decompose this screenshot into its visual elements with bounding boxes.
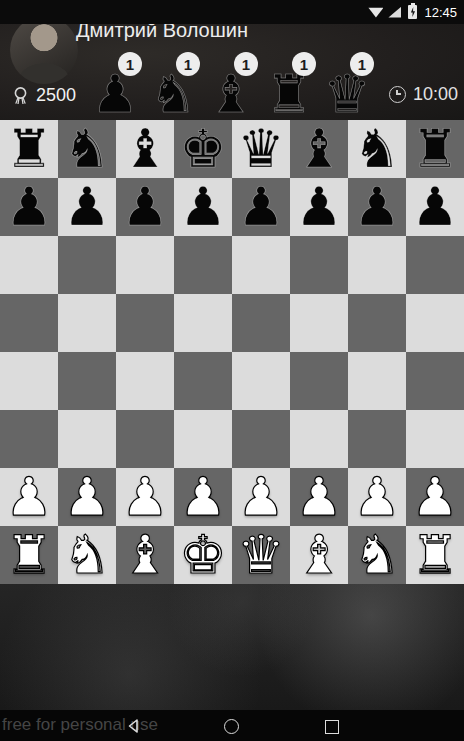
- white-rook-piece[interactable]: ♜: [5, 526, 53, 584]
- square-c2[interactable]: ♟: [116, 468, 174, 526]
- square-b3[interactable]: [58, 410, 116, 468]
- square-e5[interactable]: [232, 294, 290, 352]
- piece-count-badge: 1: [234, 52, 258, 76]
- white-pawn-piece[interactable]: ♟: [353, 468, 401, 526]
- black-rook-piece[interactable]: ♜: [411, 120, 459, 178]
- square-b4[interactable]: [58, 352, 116, 410]
- top-player-clock: 10:00: [413, 84, 458, 105]
- chess-board[interactable]: ♜♞♝♚♛♝♞♜♟♟♟♟♟♟♟♟♟♟♟♟♟♟♟♟♜♞♝♚♛♝♞♜: [0, 120, 464, 584]
- black-pawn-piece[interactable]: ♟: [411, 178, 459, 236]
- square-g2[interactable]: ♟: [348, 468, 406, 526]
- square-a7[interactable]: ♟: [0, 178, 58, 236]
- square-f7[interactable]: ♟: [290, 178, 348, 236]
- chess-app-screen: 12:45 Дмитрий Волошин 2500 10:00 ♟1♞1♝1♜…: [0, 0, 464, 741]
- black-pawn-piece[interactable]: ♟: [63, 178, 111, 236]
- white-pawn-piece[interactable]: ♟: [63, 468, 111, 526]
- rating-medal-icon: [12, 86, 29, 106]
- status-bar: 12:45: [0, 0, 464, 24]
- square-g3[interactable]: [348, 410, 406, 468]
- square-c8[interactable]: ♝: [116, 120, 174, 178]
- square-d7[interactable]: ♟: [174, 178, 232, 236]
- black-knight-piece[interactable]: ♞: [63, 120, 111, 178]
- piece-count-badge: 1: [350, 52, 374, 76]
- piece-count-badge: 1: [292, 52, 316, 76]
- black-rook-piece[interactable]: ♜: [5, 120, 53, 178]
- square-a4[interactable]: [0, 352, 58, 410]
- square-b8[interactable]: ♞: [58, 120, 116, 178]
- black-bishop-piece[interactable]: ♝: [295, 120, 343, 178]
- square-h3[interactable]: [406, 410, 464, 468]
- square-c3[interactable]: [116, 410, 174, 468]
- black-king-piece[interactable]: ♚: [179, 120, 227, 178]
- white-king-piece[interactable]: ♚: [179, 526, 227, 584]
- square-f3[interactable]: [290, 410, 348, 468]
- square-e3[interactable]: [232, 410, 290, 468]
- black-pawn-piece[interactable]: ♟: [353, 178, 401, 236]
- square-d5[interactable]: [174, 294, 232, 352]
- square-g7[interactable]: ♟: [348, 178, 406, 236]
- square-e7[interactable]: ♟: [232, 178, 290, 236]
- square-e1[interactable]: ♛: [232, 526, 290, 584]
- pocket-black-queen[interactable]: ♛1: [318, 52, 376, 116]
- square-d3[interactable]: [174, 410, 232, 468]
- home-button[interactable]: [224, 719, 239, 734]
- status-time: 12:45: [424, 5, 457, 20]
- square-a2[interactable]: ♟: [0, 468, 58, 526]
- square-h7[interactable]: ♟: [406, 178, 464, 236]
- square-f1[interactable]: ♝: [290, 526, 348, 584]
- white-pawn-piece[interactable]: ♟: [121, 468, 169, 526]
- back-triangle-icon: [126, 718, 141, 734]
- white-queen-piece[interactable]: ♛: [237, 526, 285, 584]
- top-player-clock-row: 10:00: [389, 84, 458, 105]
- white-pawn-piece[interactable]: ♟: [179, 468, 227, 526]
- square-h8[interactable]: ♜: [406, 120, 464, 178]
- cell-signal-icon: [388, 7, 401, 18]
- black-pawn-piece[interactable]: ♟: [295, 178, 343, 236]
- square-g8[interactable]: ♞: [348, 120, 406, 178]
- pocket-black-knight[interactable]: ♞1: [144, 52, 202, 116]
- square-a6[interactable]: [0, 236, 58, 294]
- square-f6[interactable]: [290, 236, 348, 294]
- pocket-black-bishop[interactable]: ♝1: [202, 52, 260, 116]
- square-f8[interactable]: ♝: [290, 120, 348, 178]
- white-knight-piece[interactable]: ♞: [63, 526, 111, 584]
- white-pawn-piece[interactable]: ♟: [5, 468, 53, 526]
- square-e8[interactable]: ♛: [232, 120, 290, 178]
- black-bishop-piece[interactable]: ♝: [121, 120, 169, 178]
- square-e2[interactable]: ♟: [232, 468, 290, 526]
- square-d6[interactable]: [174, 236, 232, 294]
- square-h6[interactable]: [406, 236, 464, 294]
- back-button[interactable]: [126, 718, 141, 738]
- pocket-black-pawn[interactable]: ♟1: [86, 52, 144, 116]
- square-b7[interactable]: ♟: [58, 178, 116, 236]
- square-g1[interactable]: ♞: [348, 526, 406, 584]
- square-d2[interactable]: ♟: [174, 468, 232, 526]
- square-b6[interactable]: [58, 236, 116, 294]
- recents-button[interactable]: [325, 720, 339, 734]
- top-player-rating-row: 2500: [12, 85, 76, 106]
- lightning-bolt-icon: [410, 7, 416, 17]
- black-queen-piece[interactable]: ♛: [237, 120, 285, 178]
- square-a3[interactable]: [0, 410, 58, 468]
- square-h1[interactable]: ♜: [406, 526, 464, 584]
- white-rook-piece[interactable]: ♜: [411, 526, 459, 584]
- bottom-player-panel: 9:45 ♟1♞1♝1♜1♛1 Павел Щербинин 1200: [0, 584, 464, 710]
- square-b2[interactable]: ♟: [58, 468, 116, 526]
- square-h4[interactable]: [406, 352, 464, 410]
- white-bishop-piece[interactable]: ♝: [295, 526, 343, 584]
- square-e4[interactable]: [232, 352, 290, 410]
- black-pawn-piece[interactable]: ♟: [121, 178, 169, 236]
- square-g6[interactable]: [348, 236, 406, 294]
- square-e6[interactable]: [232, 236, 290, 294]
- square-h5[interactable]: [406, 294, 464, 352]
- black-pawn-piece[interactable]: ♟: [5, 178, 53, 236]
- square-c7[interactable]: ♟: [116, 178, 174, 236]
- square-c5[interactable]: [116, 294, 174, 352]
- square-a1[interactable]: ♜: [0, 526, 58, 584]
- wifi-icon: [368, 7, 383, 18]
- square-c1[interactable]: ♝: [116, 526, 174, 584]
- black-pawn-piece[interactable]: ♟: [237, 178, 285, 236]
- white-pawn-piece[interactable]: ♟: [411, 468, 459, 526]
- battery-charging-icon: [408, 5, 417, 19]
- white-bishop-piece[interactable]: ♝: [121, 526, 169, 584]
- square-g5[interactable]: [348, 294, 406, 352]
- square-a8[interactable]: ♜: [0, 120, 58, 178]
- clock-icon: [389, 86, 406, 103]
- square-b5[interactable]: [58, 294, 116, 352]
- top-player-pocket: ♟1♞1♝1♜1♛1: [86, 52, 376, 116]
- android-nav-bar: free for personal use: [0, 710, 464, 741]
- square-f4[interactable]: [290, 352, 348, 410]
- black-knight-piece[interactable]: ♞: [353, 120, 401, 178]
- square-g4[interactable]: [348, 352, 406, 410]
- black-pawn-piece[interactable]: ♟: [179, 178, 227, 236]
- square-d8[interactable]: ♚: [174, 120, 232, 178]
- square-c4[interactable]: [116, 352, 174, 410]
- top-player-rating: 2500: [36, 85, 76, 106]
- square-d1[interactable]: ♚: [174, 526, 232, 584]
- piece-count-badge: 1: [118, 52, 142, 76]
- white-pawn-piece[interactable]: ♟: [237, 468, 285, 526]
- piece-count-badge: 1: [176, 52, 200, 76]
- square-b1[interactable]: ♞: [58, 526, 116, 584]
- square-d4[interactable]: [174, 352, 232, 410]
- square-f5[interactable]: [290, 294, 348, 352]
- white-pawn-piece[interactable]: ♟: [295, 468, 343, 526]
- square-h2[interactable]: ♟: [406, 468, 464, 526]
- square-a5[interactable]: [0, 294, 58, 352]
- top-player-avatar[interactable]: [10, 16, 78, 84]
- white-knight-piece[interactable]: ♞: [353, 526, 401, 584]
- square-f2[interactable]: ♟: [290, 468, 348, 526]
- pocket-black-rook[interactable]: ♜1: [260, 52, 318, 116]
- square-c6[interactable]: [116, 236, 174, 294]
